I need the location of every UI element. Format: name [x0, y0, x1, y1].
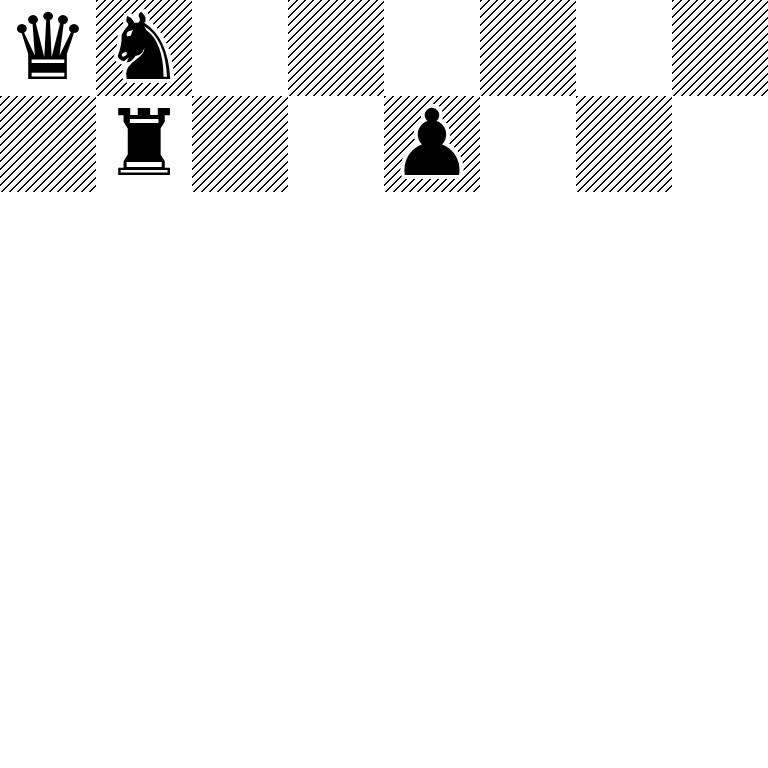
square-b8[interactable]: ♞♞: [96, 0, 192, 96]
black-knight-icon: ♞: [96, 0, 192, 96]
square-a7[interactable]: [0, 96, 96, 192]
piece-black-rook[interactable]: ♜♜: [96, 96, 192, 192]
black-queen-icon: ♛: [0, 0, 96, 96]
square-c8[interactable]: [192, 0, 288, 96]
square-g7[interactable]: [576, 96, 672, 192]
square-f8[interactable]: [480, 0, 576, 96]
square-f7[interactable]: [480, 96, 576, 192]
square-e8[interactable]: [384, 0, 480, 96]
black-rook-icon: ♜: [96, 96, 192, 192]
black-pawn-icon: ♟: [384, 96, 480, 192]
square-g8[interactable]: [576, 0, 672, 96]
square-e7[interactable]: ♟♟: [384, 96, 480, 192]
chess-board: ♛♛♞♞♜♜♟♟: [0, 0, 768, 768]
piece-black-pawn[interactable]: ♟♟: [384, 96, 480, 192]
square-a8[interactable]: ♛♛: [0, 0, 96, 96]
square-d8[interactable]: [288, 0, 384, 96]
piece-black-queen[interactable]: ♛♛: [0, 0, 96, 96]
square-b7[interactable]: ♜♜: [96, 96, 192, 192]
square-c7[interactable]: [192, 96, 288, 192]
piece-black-knight[interactable]: ♞♞: [96, 0, 192, 96]
square-d7[interactable]: [288, 96, 384, 192]
square-h8[interactable]: [672, 0, 768, 96]
